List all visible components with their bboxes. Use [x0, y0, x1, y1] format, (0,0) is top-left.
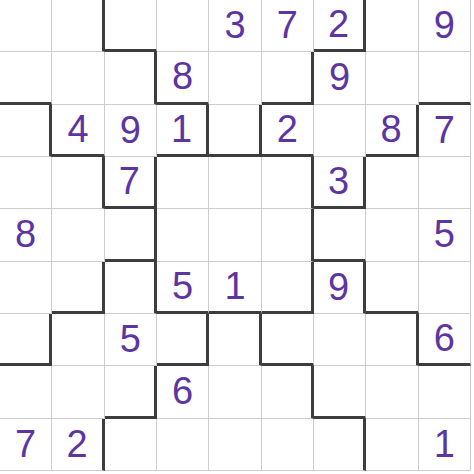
sudoku-cell-r3c8[interactable]: 8 — [366, 105, 418, 157]
sudoku-cell-r1c2[interactable] — [52, 0, 104, 52]
sudoku-cell-r4c4[interactable] — [157, 157, 209, 209]
sudoku-cell-r5c8[interactable] — [366, 209, 418, 261]
given-digit: 3 — [328, 160, 349, 203]
given-digit: 2 — [328, 3, 349, 46]
sudoku-cell-r2c8[interactable] — [366, 52, 418, 104]
given-digit: 7 — [15, 423, 36, 466]
given-digit: 2 — [277, 108, 298, 151]
given-digit: 5 — [172, 265, 193, 308]
sudoku-cell-r6c4[interactable]: 5 — [157, 262, 209, 314]
sudoku-cell-r8c9[interactable] — [419, 366, 471, 418]
sudoku-cell-r8c2[interactable] — [52, 366, 104, 418]
sudoku-cell-r1c7[interactable]: 2 — [314, 0, 366, 52]
given-digit: 9 — [434, 4, 455, 47]
sudoku-cell-r2c4[interactable]: 8 — [157, 52, 209, 104]
sudoku-cell-r1c4[interactable] — [157, 0, 209, 52]
given-digit: 9 — [120, 109, 141, 152]
sudoku-cell-r8c3[interactable] — [105, 366, 157, 418]
sudoku-cell-r1c6[interactable]: 7 — [262, 0, 314, 52]
given-digit: 9 — [328, 266, 349, 309]
sudoku-cell-r6c2[interactable] — [52, 262, 104, 314]
given-digit: 9 — [329, 56, 350, 99]
sudoku-cell-r4c1[interactable] — [0, 157, 52, 209]
given-digit: 5 — [120, 318, 141, 361]
sudoku-cell-r3c9[interactable]: 7 — [419, 105, 471, 157]
sudoku-cell-r7c1[interactable] — [0, 314, 52, 366]
sudoku-cell-r8c7[interactable] — [314, 366, 366, 418]
sudoku-cell-r4c7[interactable]: 3 — [314, 157, 366, 209]
sudoku-cell-r7c5[interactable] — [209, 314, 261, 366]
sudoku-cell-r5c4[interactable] — [157, 209, 209, 261]
sudoku-cell-r4c8[interactable] — [366, 157, 418, 209]
sudoku-cell-r7c7[interactable] — [314, 314, 366, 366]
sudoku-cell-r9c4[interactable] — [157, 419, 209, 471]
sudoku-cell-r3c5[interactable] — [209, 105, 261, 157]
sudoku-cell-r1c3[interactable] — [105, 0, 157, 52]
given-digit: 4 — [67, 108, 88, 151]
sudoku-cell-r3c4[interactable]: 1 — [157, 105, 209, 157]
sudoku-cell-r2c7[interactable]: 9 — [314, 52, 366, 104]
sudoku-cell-r2c5[interactable] — [209, 52, 261, 104]
sudoku-cell-r4c9[interactable] — [419, 157, 471, 209]
sudoku-cell-r5c1[interactable]: 8 — [0, 209, 52, 261]
given-digit: 6 — [172, 370, 193, 413]
given-digit: 1 — [171, 108, 192, 151]
sudoku-cell-r3c1[interactable] — [0, 105, 52, 157]
sudoku-cell-r9c2[interactable]: 2 — [52, 419, 104, 471]
given-digit: 2 — [66, 423, 87, 466]
given-digit: 6 — [434, 317, 455, 360]
sudoku-cell-r3c3[interactable]: 9 — [105, 105, 157, 157]
sudoku-cell-r7c2[interactable] — [52, 314, 104, 366]
sudoku-cell-r6c8[interactable] — [366, 262, 418, 314]
sudoku-cell-r2c1[interactable] — [0, 52, 52, 104]
sudoku-board: 3729894912877385519566721 — [0, 0, 471, 471]
sudoku-cell-r2c3[interactable] — [105, 52, 157, 104]
sudoku-cell-r5c5[interactable] — [209, 209, 261, 261]
sudoku-cell-r9c6[interactable] — [262, 419, 314, 471]
sudoku-cell-r5c6[interactable] — [262, 209, 314, 261]
sudoku-cell-r8c1[interactable] — [0, 366, 52, 418]
given-digit: 1 — [224, 265, 245, 308]
sudoku-cell-r1c1[interactable] — [0, 0, 52, 52]
sudoku-cell-r8c8[interactable] — [366, 366, 418, 418]
sudoku-cell-r7c9[interactable]: 6 — [419, 314, 471, 366]
sudoku-cell-r7c3[interactable]: 5 — [105, 314, 157, 366]
sudoku-cell-r6c7[interactable]: 9 — [314, 262, 366, 314]
sudoku-cell-r5c7[interactable] — [314, 209, 366, 261]
sudoku-cell-r6c3[interactable] — [105, 262, 157, 314]
given-digit: 7 — [434, 109, 455, 152]
sudoku-cell-r4c3[interactable]: 7 — [105, 157, 157, 209]
sudoku-cell-r3c7[interactable] — [314, 105, 366, 157]
sudoku-cell-r2c6[interactable] — [262, 52, 314, 104]
sudoku-cell-r5c2[interactable] — [52, 209, 104, 261]
sudoku-cell-r6c6[interactable] — [262, 262, 314, 314]
sudoku-cell-r2c2[interactable] — [52, 52, 104, 104]
sudoku-cell-r6c9[interactable] — [419, 262, 471, 314]
sudoku-cell-r1c9[interactable]: 9 — [419, 0, 471, 52]
sudoku-cell-r8c4[interactable]: 6 — [157, 366, 209, 418]
sudoku-cell-r9c8[interactable] — [366, 419, 418, 471]
sudoku-cell-r6c5[interactable]: 1 — [209, 262, 261, 314]
sudoku-cell-r5c9[interactable]: 5 — [419, 209, 471, 261]
given-digit: 8 — [172, 55, 193, 98]
sudoku-cell-r9c3[interactable] — [105, 419, 157, 471]
sudoku-cell-r7c6[interactable] — [262, 314, 314, 366]
given-digit: 3 — [224, 4, 245, 47]
sudoku-cell-r7c8[interactable] — [366, 314, 418, 366]
given-digit: 7 — [277, 4, 298, 47]
sudoku-cell-r1c8[interactable] — [366, 0, 418, 52]
sudoku-cell-r3c2[interactable]: 4 — [52, 105, 104, 157]
given-digit: 5 — [434, 213, 455, 256]
sudoku-cell-r9c9[interactable]: 1 — [419, 419, 471, 471]
sudoku-cell-r4c2[interactable] — [52, 157, 104, 209]
sudoku-cell-r4c6[interactable] — [262, 157, 314, 209]
sudoku-cell-r7c4[interactable] — [157, 314, 209, 366]
given-digit: 8 — [15, 213, 36, 256]
given-digit: 7 — [119, 160, 140, 203]
sudoku-cell-r1c5[interactable]: 3 — [209, 0, 261, 52]
sudoku-cell-r8c6[interactable] — [262, 366, 314, 418]
sudoku-cell-r5c3[interactable] — [105, 209, 157, 261]
given-digit: 8 — [380, 108, 401, 151]
sudoku-cell-r9c5[interactable] — [209, 419, 261, 471]
sudoku-cell-r6c1[interactable] — [0, 262, 52, 314]
sudoku-cell-r9c7[interactable] — [314, 419, 366, 471]
sudoku-cell-r4c5[interactable] — [209, 157, 261, 209]
given-digit: 1 — [434, 423, 455, 466]
sudoku-cell-r3c6[interactable]: 2 — [262, 105, 314, 157]
sudoku-cell-r8c5[interactable] — [209, 366, 261, 418]
sudoku-cell-r9c1[interactable]: 7 — [0, 419, 52, 471]
sudoku-cell-r2c9[interactable] — [419, 52, 471, 104]
